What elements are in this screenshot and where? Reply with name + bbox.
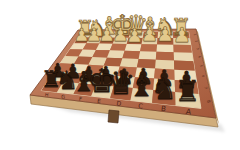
square-b4[interactable] bbox=[156, 52, 174, 61]
square-a4[interactable] bbox=[174, 52, 194, 61]
piece-black-rook-a8[interactable]: ♜ bbox=[175, 77, 201, 106]
piece-white-pawn-h2[interactable]: ♟ bbox=[73, 26, 89, 44]
piece-black-rook-h8[interactable]: ♜ bbox=[41, 68, 62, 91]
piece-white-pawn-a2[interactable]: ♟ bbox=[173, 25, 191, 45]
square-e3[interactable] bbox=[110, 44, 127, 51]
chess-set-photo: HGFEDCBA12345678 ♜♞♝♛♚♝♞♜♟♟♟♟♟♟♟♟♟♟♟♟♟♟♟… bbox=[0, 0, 240, 150]
clasp bbox=[108, 110, 119, 123]
square-e4[interactable] bbox=[107, 50, 125, 58]
piece-white-pawn-c2[interactable]: ♟ bbox=[141, 25, 158, 45]
square-c4[interactable] bbox=[139, 51, 157, 59]
square-d4[interactable] bbox=[122, 51, 140, 59]
piece-white-pawn-b2[interactable]: ♟ bbox=[156, 25, 174, 45]
